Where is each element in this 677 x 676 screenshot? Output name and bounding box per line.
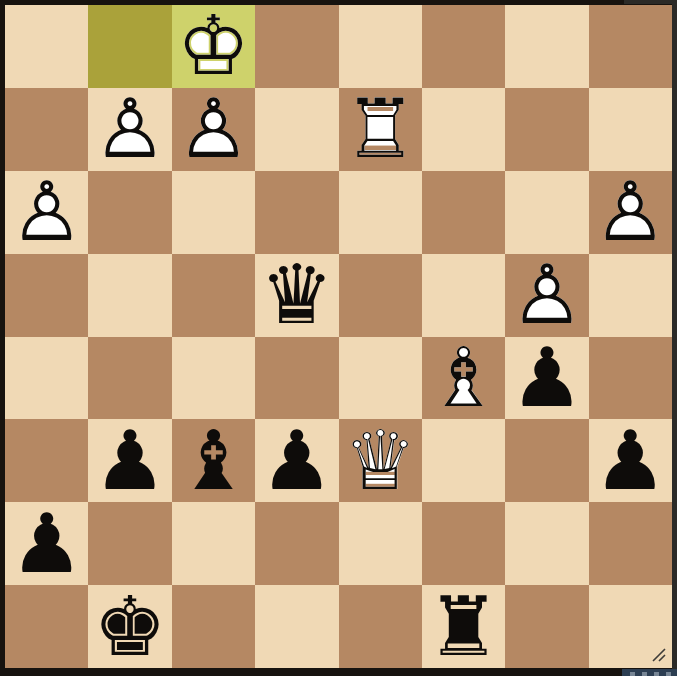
square-f2[interactable] — [422, 502, 505, 585]
piece-glyph: ♟ — [88, 419, 171, 502]
square-f7[interactable] — [422, 88, 505, 171]
piece-outline-layer: ♙ — [5, 171, 88, 254]
piece-glyph: ♛ — [255, 254, 338, 337]
square-a7[interactable] — [5, 88, 88, 171]
square-h4[interactable] — [589, 337, 672, 420]
white-queen[interactable]: ♛♕ — [339, 419, 422, 502]
white-king[interactable]: ♚♔ — [172, 5, 255, 88]
square-c7[interactable]: ♟♙ — [172, 88, 255, 171]
square-d6[interactable] — [255, 171, 338, 254]
white-rook[interactable]: ♜♖ — [339, 88, 422, 171]
square-b8[interactable] — [88, 5, 171, 88]
black-queen[interactable]: ♛ — [255, 254, 338, 337]
square-b3[interactable]: ♟ — [88, 419, 171, 502]
square-f6[interactable] — [422, 171, 505, 254]
square-f1[interactable]: ♜ — [422, 585, 505, 668]
square-h8[interactable] — [589, 5, 672, 88]
square-e2[interactable] — [339, 502, 422, 585]
square-b5[interactable] — [88, 254, 171, 337]
square-f5[interactable] — [422, 254, 505, 337]
square-a5[interactable] — [5, 254, 88, 337]
piece-outline-layer: ♕ — [339, 419, 422, 502]
square-e5[interactable] — [339, 254, 422, 337]
square-d5[interactable]: ♛ — [255, 254, 338, 337]
piece-outline-layer: ♙ — [505, 254, 588, 337]
square-b1[interactable]: ♚ — [88, 585, 171, 668]
board-window-frame: ♚♔♟♙♟♙♜♖♟♙♟♙♛♟♙♝♗♟♟♝♟♛♕♟♟♚♜ — [0, 0, 677, 676]
square-e7[interactable]: ♜♖ — [339, 88, 422, 171]
square-h3[interactable]: ♟ — [589, 419, 672, 502]
piece-glyph: ♝ — [172, 419, 255, 502]
square-g1[interactable] — [505, 585, 588, 668]
white-pawn[interactable]: ♟♙ — [5, 171, 88, 254]
square-e6[interactable] — [339, 171, 422, 254]
cropped-blue-badge — [622, 669, 677, 676]
square-h7[interactable] — [589, 88, 672, 171]
piece-glyph: ♟ — [505, 337, 588, 420]
square-d8[interactable] — [255, 5, 338, 88]
piece-glyph: ♟ — [5, 502, 88, 585]
white-pawn[interactable]: ♟♙ — [88, 88, 171, 171]
window-edge-top-right — [624, 0, 672, 4]
square-a6[interactable]: ♟♙ — [5, 171, 88, 254]
black-pawn[interactable]: ♟ — [255, 419, 338, 502]
black-pawn[interactable]: ♟ — [88, 419, 171, 502]
square-e8[interactable] — [339, 5, 422, 88]
square-c8[interactable]: ♚♔ — [172, 5, 255, 88]
square-d1[interactable] — [255, 585, 338, 668]
square-c1[interactable] — [172, 585, 255, 668]
square-f8[interactable] — [422, 5, 505, 88]
black-pawn[interactable]: ♟ — [5, 502, 88, 585]
square-f3[interactable] — [422, 419, 505, 502]
square-g4[interactable]: ♟ — [505, 337, 588, 420]
piece-glyph: ♟ — [255, 419, 338, 502]
square-b4[interactable] — [88, 337, 171, 420]
black-king[interactable]: ♚ — [88, 585, 171, 668]
window-edge-right — [672, 0, 677, 676]
square-b6[interactable] — [88, 171, 171, 254]
square-g3[interactable] — [505, 419, 588, 502]
square-e4[interactable] — [339, 337, 422, 420]
piece-outline-layer: ♙ — [172, 88, 255, 171]
square-a8[interactable] — [5, 5, 88, 88]
piece-outline-layer: ♔ — [172, 5, 255, 88]
square-h6[interactable]: ♟♙ — [589, 171, 672, 254]
white-pawn[interactable]: ♟♙ — [172, 88, 255, 171]
square-d4[interactable] — [255, 337, 338, 420]
black-bishop[interactable]: ♝ — [172, 419, 255, 502]
square-d7[interactable] — [255, 88, 338, 171]
square-c4[interactable] — [172, 337, 255, 420]
piece-glyph: ♟ — [589, 419, 672, 502]
square-g6[interactable] — [505, 171, 588, 254]
square-f4[interactable]: ♝♗ — [422, 337, 505, 420]
black-pawn[interactable]: ♟ — [589, 419, 672, 502]
square-e3[interactable]: ♛♕ — [339, 419, 422, 502]
square-a3[interactable] — [5, 419, 88, 502]
black-rook[interactable]: ♜ — [422, 585, 505, 668]
square-h5[interactable] — [589, 254, 672, 337]
square-c2[interactable] — [172, 502, 255, 585]
square-d2[interactable] — [255, 502, 338, 585]
square-b7[interactable]: ♟♙ — [88, 88, 171, 171]
piece-outline-layer: ♖ — [339, 88, 422, 171]
square-a2[interactable]: ♟ — [5, 502, 88, 585]
square-g8[interactable] — [505, 5, 588, 88]
piece-outline-layer: ♗ — [422, 337, 505, 420]
square-a1[interactable] — [5, 585, 88, 668]
square-g2[interactable] — [505, 502, 588, 585]
square-c3[interactable]: ♝ — [172, 419, 255, 502]
piece-outline-layer: ♙ — [88, 88, 171, 171]
square-g7[interactable] — [505, 88, 588, 171]
white-pawn[interactable]: ♟♙ — [589, 171, 672, 254]
square-e1[interactable] — [339, 585, 422, 668]
square-d3[interactable]: ♟ — [255, 419, 338, 502]
square-a4[interactable] — [5, 337, 88, 420]
white-pawn[interactable]: ♟♙ — [505, 254, 588, 337]
resize-handle-icon[interactable] — [646, 642, 668, 664]
black-pawn[interactable]: ♟ — [505, 337, 588, 420]
piece-outline-layer: ♙ — [589, 171, 672, 254]
piece-glyph: ♜ — [422, 585, 505, 668]
square-c6[interactable] — [172, 171, 255, 254]
chess-board: ♚♔♟♙♟♙♜♖♟♙♟♙♛♟♙♝♗♟♟♝♟♛♕♟♟♚♜ — [5, 5, 672, 668]
square-h2[interactable] — [589, 502, 672, 585]
square-c5[interactable] — [172, 254, 255, 337]
white-bishop[interactable]: ♝♗ — [422, 337, 505, 420]
square-g5[interactable]: ♟♙ — [505, 254, 588, 337]
piece-glyph: ♚ — [88, 585, 171, 668]
square-b2[interactable] — [88, 502, 171, 585]
